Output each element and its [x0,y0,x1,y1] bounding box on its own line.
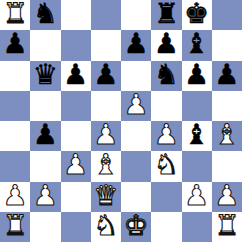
piece-white-knight: ♞ [93,212,118,241]
square-a5[interactable] [0,91,30,121]
piece-white-pawn: ♟ [124,91,149,120]
square-h7[interactable] [212,30,242,60]
square-g2[interactable]: ♟ [182,182,212,212]
piece-white-pawn: ♟ [214,182,239,211]
piece-black-pawn: ♟ [93,61,118,90]
piece-white-pawn: ♟ [63,151,88,180]
square-h8[interactable] [212,0,242,30]
square-a3[interactable] [0,151,30,181]
piece-black-bishop: ♝ [184,121,209,150]
square-a2[interactable]: ♟ [0,182,30,212]
square-c4[interactable] [61,121,91,151]
square-a6[interactable] [0,61,30,91]
square-g1[interactable] [182,212,212,242]
piece-black-pawn: ♟ [63,61,88,90]
square-b3[interactable] [30,151,60,181]
square-b4[interactable]: ♟ [30,121,60,151]
square-d1[interactable]: ♞ [91,212,121,242]
square-g6[interactable]: ♟ [182,61,212,91]
piece-black-queen: ♛ [33,61,58,90]
square-a7[interactable]: ♟ [0,30,30,60]
square-e1[interactable]: ♚ [121,212,151,242]
square-c3[interactable]: ♟ [61,151,91,181]
square-e5[interactable]: ♟ [121,91,151,121]
square-c2[interactable] [61,182,91,212]
piece-black-pawn: ♟ [33,121,58,150]
square-d4[interactable]: ♟ [91,121,121,151]
piece-white-queen: ♛ [93,182,118,211]
square-c6[interactable]: ♟ [61,61,91,91]
square-h5[interactable] [212,91,242,121]
square-e3[interactable] [121,151,151,181]
square-f8[interactable]: ♜ [151,0,181,30]
square-h3[interactable] [212,151,242,181]
piece-white-rook: ♜ [214,212,239,241]
square-h2[interactable]: ♟ [212,182,242,212]
piece-black-pawn: ♟ [214,61,239,90]
chessboard: ♜♞♜♚♟♟♟♝♛♟♟♞♟♟♟♟♟♟♝♝♟♝♞♟♟♛♟♟♜♞♚♜ [0,0,242,242]
square-g8[interactable]: ♚ [182,0,212,30]
piece-white-bishop: ♝ [93,151,118,180]
square-g5[interactable] [182,91,212,121]
piece-white-rook: ♜ [3,0,28,29]
square-d2[interactable]: ♛ [91,182,121,212]
square-f7[interactable]: ♟ [151,30,181,60]
square-h1[interactable]: ♜ [212,212,242,242]
piece-black-pawn: ♟ [3,30,28,59]
piece-white-pawn: ♟ [33,182,58,211]
piece-white-bishop: ♝ [214,121,239,150]
piece-white-pawn: ♟ [3,182,28,211]
square-e2[interactable] [121,182,151,212]
square-d7[interactable] [91,30,121,60]
square-b8[interactable]: ♞ [30,0,60,30]
square-b6[interactable]: ♛ [30,61,60,91]
square-b7[interactable] [30,30,60,60]
piece-black-bishop: ♝ [184,30,209,59]
square-f2[interactable] [151,182,181,212]
square-c1[interactable] [61,212,91,242]
square-f6[interactable]: ♞ [151,61,181,91]
piece-white-knight: ♞ [154,151,179,180]
piece-black-pawn: ♟ [124,30,149,59]
square-a8[interactable]: ♜ [0,0,30,30]
square-c7[interactable] [61,30,91,60]
square-d6[interactable]: ♟ [91,61,121,91]
square-b5[interactable] [30,91,60,121]
square-h4[interactable]: ♝ [212,121,242,151]
square-b2[interactable]: ♟ [30,182,60,212]
square-c5[interactable] [61,91,91,121]
chessboard-grid: ♜♞♜♚♟♟♟♝♛♟♟♞♟♟♟♟♟♟♝♝♟♝♞♟♟♛♟♟♜♞♚♜ [0,0,242,242]
square-e6[interactable] [121,61,151,91]
square-b1[interactable] [30,212,60,242]
square-f1[interactable] [151,212,181,242]
piece-white-pawn: ♟ [184,182,209,211]
square-f4[interactable]: ♟ [151,121,181,151]
square-e8[interactable] [121,0,151,30]
piece-black-rook: ♜ [154,0,179,29]
piece-black-knight: ♞ [154,61,179,90]
piece-white-pawn: ♟ [154,121,179,150]
piece-black-pawn: ♟ [154,30,179,59]
piece-black-pawn: ♟ [184,61,209,90]
square-d8[interactable] [91,0,121,30]
square-f5[interactable] [151,91,181,121]
piece-black-knight: ♞ [33,0,58,29]
square-c8[interactable] [61,0,91,30]
piece-black-king: ♚ [184,0,209,29]
square-a1[interactable]: ♜ [0,212,30,242]
square-g3[interactable] [182,151,212,181]
square-e4[interactable] [121,121,151,151]
square-a4[interactable] [0,121,30,151]
square-d5[interactable] [91,91,121,121]
square-e7[interactable]: ♟ [121,30,151,60]
piece-white-rook: ♜ [3,212,28,241]
square-g7[interactable]: ♝ [182,30,212,60]
square-d3[interactable]: ♝ [91,151,121,181]
piece-white-king: ♚ [124,212,149,241]
square-g4[interactable]: ♝ [182,121,212,151]
square-h6[interactable]: ♟ [212,61,242,91]
piece-white-pawn: ♟ [93,121,118,150]
square-f3[interactable]: ♞ [151,151,181,181]
